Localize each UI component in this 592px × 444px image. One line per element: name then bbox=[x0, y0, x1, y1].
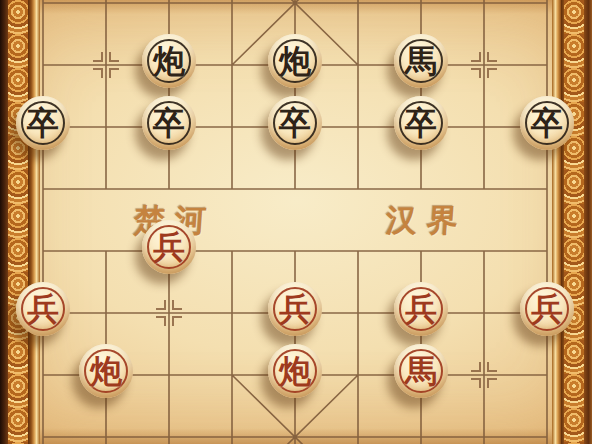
piece-glyph: 馬 bbox=[394, 34, 448, 88]
piece-black-soldier[interactable]: 卒 bbox=[16, 96, 70, 150]
piece-black-soldier[interactable]: 卒 bbox=[142, 96, 196, 150]
piece-black-cannon[interactable]: 炮 bbox=[142, 34, 196, 88]
piece-red-soldier[interactable]: 兵 bbox=[268, 282, 322, 336]
piece-red-soldier[interactable]: 兵 bbox=[16, 282, 70, 336]
piece-glyph: 兵 bbox=[520, 282, 574, 336]
piece-black-soldier[interactable]: 卒 bbox=[268, 96, 322, 150]
piece-red-cannon[interactable]: 炮 bbox=[79, 344, 133, 398]
piece-glyph: 炮 bbox=[268, 344, 322, 398]
piece-glyph: 卒 bbox=[268, 96, 322, 150]
pieces-layer: 炮炮馬卒卒卒卒卒兵兵兵兵兵炮炮馬 bbox=[0, 0, 592, 444]
piece-red-soldier[interactable]: 兵 bbox=[142, 220, 196, 274]
piece-glyph: 炮 bbox=[79, 344, 133, 398]
piece-red-soldier[interactable]: 兵 bbox=[520, 282, 574, 336]
xiangqi-app: 楚河 汉界 炮炮馬卒卒卒卒卒兵兵兵兵兵炮炮馬 bbox=[0, 0, 592, 444]
piece-glyph: 卒 bbox=[520, 96, 574, 150]
piece-glyph: 兵 bbox=[142, 220, 196, 274]
piece-glyph: 卒 bbox=[394, 96, 448, 150]
piece-glyph: 兵 bbox=[16, 282, 70, 336]
piece-glyph: 炮 bbox=[142, 34, 196, 88]
piece-glyph: 卒 bbox=[142, 96, 196, 150]
piece-red-horse[interactable]: 馬 bbox=[394, 344, 448, 398]
piece-red-cannon[interactable]: 炮 bbox=[268, 344, 322, 398]
piece-glyph: 炮 bbox=[268, 34, 322, 88]
piece-glyph: 兵 bbox=[268, 282, 322, 336]
piece-red-soldier[interactable]: 兵 bbox=[394, 282, 448, 336]
piece-glyph: 兵 bbox=[394, 282, 448, 336]
piece-black-cannon[interactable]: 炮 bbox=[268, 34, 322, 88]
piece-black-horse[interactable]: 馬 bbox=[394, 34, 448, 88]
piece-black-soldier[interactable]: 卒 bbox=[520, 96, 574, 150]
piece-glyph: 卒 bbox=[16, 96, 70, 150]
piece-black-soldier[interactable]: 卒 bbox=[394, 96, 448, 150]
piece-glyph: 馬 bbox=[394, 344, 448, 398]
